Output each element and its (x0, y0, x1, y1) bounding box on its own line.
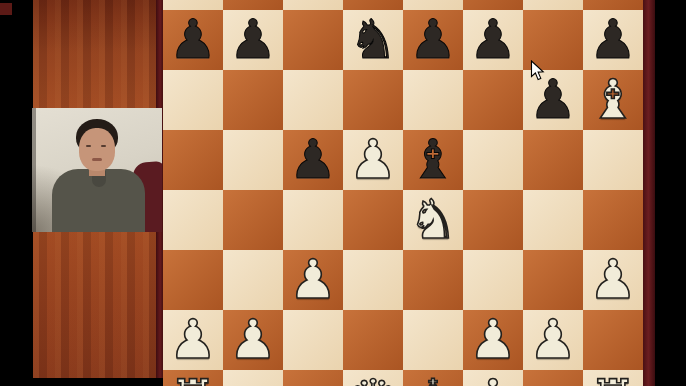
black-pawn: ♟ (289, 130, 337, 190)
square-f5[interactable] (463, 130, 523, 190)
person-eye (101, 145, 106, 147)
black-pawn: ♟ (589, 10, 637, 70)
square-b5[interactable] (223, 130, 283, 190)
white-rook: ♜ (589, 370, 637, 386)
corner-notch (0, 3, 12, 15)
square-g3[interactable] (523, 250, 583, 310)
square-h7[interactable]: ♟ (583, 10, 643, 70)
white-bishop: ♝ (589, 70, 637, 130)
square-b1[interactable] (223, 370, 283, 386)
square-e7[interactable]: ♟ (403, 10, 463, 70)
mouse-cursor-icon (530, 60, 545, 81)
square-d6[interactable] (343, 70, 403, 130)
square-h2[interactable] (583, 310, 643, 370)
white-pawn: ♟ (229, 310, 277, 370)
square-g4[interactable] (523, 190, 583, 250)
square-e1[interactable]: ♚ (403, 370, 463, 386)
square-d4[interactable] (343, 190, 403, 250)
square-c6[interactable] (283, 70, 343, 130)
square-b6[interactable] (223, 70, 283, 130)
black-knight: ♞ (349, 10, 397, 70)
square-c7[interactable] (283, 10, 343, 70)
square-d7[interactable]: ♞ (343, 10, 403, 70)
webcam-edge (32, 108, 36, 232)
square-g2[interactable]: ♟ (523, 310, 583, 370)
white-knight: ♞ (409, 190, 457, 250)
square-e4[interactable]: ♞ (403, 190, 463, 250)
square-e6[interactable] (403, 70, 463, 130)
square-e5[interactable]: ♝ (403, 130, 463, 190)
white-bishop: ♝ (469, 370, 517, 386)
square-c3[interactable]: ♟ (283, 250, 343, 310)
square-f4[interactable] (463, 190, 523, 250)
white-pawn: ♟ (289, 250, 337, 310)
black-bishop: ♝ (289, 0, 337, 10)
square-d5[interactable]: ♟ (343, 130, 403, 190)
white-pawn: ♟ (349, 130, 397, 190)
white-pawn: ♟ (589, 250, 637, 310)
square-c4[interactable] (283, 190, 343, 250)
person-face (79, 128, 115, 171)
chess-board: ♜♝♛♜♚♟♟♞♟♟♟♟♝♟♟♝♞♟♟♟♟♟♟♜♛♚♝♜ (163, 0, 643, 386)
square-b2[interactable]: ♟ (223, 310, 283, 370)
square-b7[interactable]: ♟ (223, 10, 283, 70)
square-c5[interactable]: ♟ (283, 130, 343, 190)
square-d1[interactable]: ♛ (343, 370, 403, 386)
square-a7[interactable]: ♟ (163, 10, 223, 70)
person-torso (52, 169, 145, 232)
webcam-video (32, 108, 162, 232)
black-pawn: ♟ (229, 10, 277, 70)
square-a5[interactable] (163, 130, 223, 190)
square-f6[interactable] (463, 70, 523, 130)
square-a4[interactable] (163, 190, 223, 250)
square-h3[interactable]: ♟ (583, 250, 643, 310)
square-e2[interactable] (403, 310, 463, 370)
white-pawn: ♟ (169, 310, 217, 370)
square-d3[interactable] (343, 250, 403, 310)
square-d2[interactable] (343, 310, 403, 370)
person-mouth (92, 158, 102, 161)
square-a2[interactable]: ♟ (163, 310, 223, 370)
square-b4[interactable] (223, 190, 283, 250)
board-border-right (643, 0, 655, 386)
square-f2[interactable]: ♟ (463, 310, 523, 370)
board-grid: ♜♝♛♜♚♟♟♞♟♟♟♟♝♟♟♝♞♟♟♟♟♟♟♜♛♚♝♜ (163, 0, 643, 386)
video-frame: ♜♝♛♜♚♟♟♞♟♟♟♟♝♟♟♝♞♟♟♟♟♟♟♜♛♚♝♜ (0, 0, 686, 386)
square-a3[interactable] (163, 250, 223, 310)
square-e3[interactable] (403, 250, 463, 310)
square-h5[interactable] (583, 130, 643, 190)
black-king: ♚ (529, 0, 577, 10)
black-bishop: ♝ (409, 130, 457, 190)
square-a6[interactable] (163, 70, 223, 130)
white-queen: ♛ (349, 370, 397, 386)
black-pawn: ♟ (409, 10, 457, 70)
square-h6[interactable]: ♝ (583, 70, 643, 130)
square-f1[interactable]: ♝ (463, 370, 523, 386)
square-g8[interactable]: ♚ (523, 0, 583, 10)
square-f3[interactable] (463, 250, 523, 310)
square-g1[interactable] (523, 370, 583, 386)
square-c8[interactable]: ♝ (283, 0, 343, 10)
white-king: ♚ (409, 370, 457, 386)
square-g5[interactable] (523, 130, 583, 190)
square-b3[interactable] (223, 250, 283, 310)
square-h1[interactable]: ♜ (583, 370, 643, 386)
square-f7[interactable]: ♟ (463, 10, 523, 70)
square-c1[interactable] (283, 370, 343, 386)
square-h4[interactable] (583, 190, 643, 250)
square-c2[interactable] (283, 310, 343, 370)
white-pawn: ♟ (469, 310, 517, 370)
black-pawn: ♟ (169, 10, 217, 70)
square-a1[interactable]: ♜ (163, 370, 223, 386)
white-pawn: ♟ (529, 310, 577, 370)
black-pawn: ♟ (469, 10, 517, 70)
white-rook: ♜ (169, 370, 217, 386)
person-eye (86, 145, 91, 147)
